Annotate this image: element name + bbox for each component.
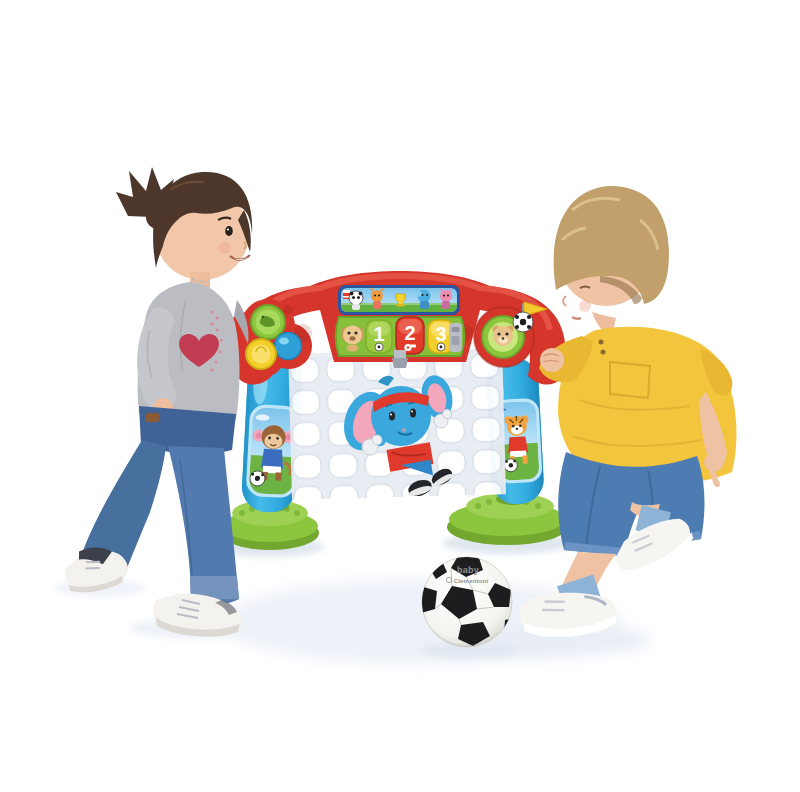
toddler-girl — [60, 167, 252, 637]
blue-ball-button — [275, 333, 302, 360]
ball-brand-line1: baby — [457, 565, 479, 575]
toy-soccer-goal: 1 2 3 — [216, 271, 571, 557]
button-2-label: 2 — [404, 322, 415, 344]
scoreboard-screen — [338, 285, 460, 315]
toddler-boy — [517, 186, 737, 646]
button-1: 1 — [366, 320, 392, 353]
trophy-icon — [396, 294, 405, 307]
monkey-soccer-icon — [249, 407, 297, 495]
ball-brand-line2: Clementoni — [454, 578, 489, 584]
frog-icon — [256, 310, 281, 335]
product-photo-scene: 1 2 3 — [0, 0, 800, 792]
button-1-label: 1 — [373, 323, 384, 345]
jeans-label — [146, 413, 159, 422]
robot-icon — [449, 323, 462, 352]
button-2: 2 — [396, 317, 424, 354]
boy-fist — [540, 348, 564, 372]
button-3-label: 3 — [435, 323, 446, 345]
